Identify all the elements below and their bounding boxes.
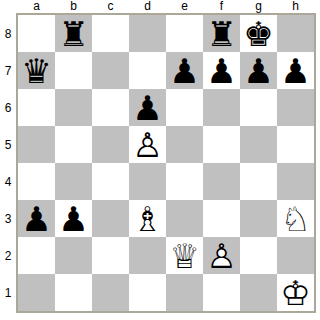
square-c5[interactable] [92, 126, 129, 163]
square-a6[interactable] [18, 89, 55, 126]
black-king-g8[interactable]: ♚ [240, 15, 277, 52]
file-label-d: d [129, 0, 166, 13]
square-e7[interactable]: ♟ [166, 52, 203, 89]
square-d6[interactable]: ♟ [129, 89, 166, 126]
black-pawn-a3[interactable]: ♟ [18, 200, 55, 237]
square-f8[interactable]: ♜ [203, 15, 240, 52]
black-pawn-icon: ♟ [166, 52, 203, 89]
square-b7[interactable] [55, 52, 92, 89]
black-pawn-h7[interactable]: ♟ [277, 52, 314, 89]
square-g3[interactable] [240, 200, 277, 237]
square-a8[interactable] [18, 15, 55, 52]
square-a3[interactable]: ♟ [18, 200, 55, 237]
white-queen-e2[interactable]: ♛♕ [166, 237, 203, 274]
square-b1[interactable] [55, 274, 92, 311]
black-pawn-icon: ♟ [277, 52, 314, 89]
square-f5[interactable] [203, 126, 240, 163]
white-pawn-f2[interactable]: ♟♙ [203, 237, 240, 274]
square-d2[interactable] [129, 237, 166, 274]
black-king-icon: ♚ [240, 15, 277, 52]
white-queen-icon: ♕ [166, 237, 203, 274]
white-knight-icon: ♘ [277, 200, 314, 237]
square-c4[interactable] [92, 163, 129, 200]
square-b8[interactable]: ♜ [55, 15, 92, 52]
board: ♜♜♚♛♟♟♟♟♟♟♙♟♟♝♗♞♘♛♕♟♙♚♔ [16, 13, 316, 313]
square-e3[interactable] [166, 200, 203, 237]
square-h8[interactable] [277, 15, 314, 52]
square-g6[interactable] [240, 89, 277, 126]
square-h6[interactable] [277, 89, 314, 126]
file-label-c: c [92, 0, 129, 13]
file-label-a: a [18, 0, 55, 13]
square-g8[interactable]: ♚ [240, 15, 277, 52]
white-bishop-d3[interactable]: ♝♗ [129, 200, 166, 237]
black-pawn-icon: ♟ [240, 52, 277, 89]
file-label-b: b [55, 0, 92, 13]
square-g1[interactable] [240, 274, 277, 311]
square-d8[interactable] [129, 15, 166, 52]
white-pawn-icon: ♙ [129, 126, 166, 163]
square-d5[interactable]: ♟♙ [129, 126, 166, 163]
rank-label-3: 3 [0, 200, 16, 237]
square-h7[interactable]: ♟ [277, 52, 314, 89]
black-queen-icon: ♛ [18, 52, 55, 89]
square-f4[interactable] [203, 163, 240, 200]
square-b6[interactable] [55, 89, 92, 126]
black-rook-icon: ♜ [203, 15, 240, 52]
file-label-f: f [203, 0, 240, 13]
black-rook-f8[interactable]: ♜ [203, 15, 240, 52]
black-pawn-icon: ♟ [129, 89, 166, 126]
square-e5[interactable] [166, 126, 203, 163]
square-e1[interactable] [166, 274, 203, 311]
square-b2[interactable] [55, 237, 92, 274]
rank-labels: 87654321 [0, 15, 16, 311]
file-label-h: h [277, 0, 314, 13]
square-a2[interactable] [18, 237, 55, 274]
square-a4[interactable] [18, 163, 55, 200]
white-king-icon: ♔ [277, 274, 314, 311]
square-c1[interactable] [92, 274, 129, 311]
rank-label-6: 6 [0, 89, 16, 126]
square-e6[interactable] [166, 89, 203, 126]
square-c8[interactable] [92, 15, 129, 52]
rank-label-2: 2 [0, 237, 16, 274]
square-c2[interactable] [92, 237, 129, 274]
black-pawn-g7[interactable]: ♟ [240, 52, 277, 89]
white-bishop-icon: ♗ [129, 200, 166, 237]
rank-label-5: 5 [0, 126, 16, 163]
square-f2[interactable]: ♟♙ [203, 237, 240, 274]
square-h3[interactable]: ♞♘ [277, 200, 314, 237]
square-f7[interactable]: ♟ [203, 52, 240, 89]
square-f6[interactable] [203, 89, 240, 126]
black-pawn-e7[interactable]: ♟ [166, 52, 203, 89]
square-e8[interactable] [166, 15, 203, 52]
black-rook-b8[interactable]: ♜ [55, 15, 92, 52]
black-pawn-f7[interactable]: ♟ [203, 52, 240, 89]
rank-label-7: 7 [0, 52, 16, 89]
chess-diagram: abcdefgh 87654321 ♜♜♚♛♟♟♟♟♟♟♙♟♟♝♗♞♘♛♕♟♙♚… [0, 0, 320, 320]
file-labels: abcdefgh [18, 0, 314, 13]
white-pawn-icon: ♙ [203, 237, 240, 274]
square-f1[interactable] [203, 274, 240, 311]
square-a5[interactable] [18, 126, 55, 163]
white-king-h1[interactable]: ♚♔ [277, 274, 314, 311]
square-b5[interactable] [55, 126, 92, 163]
black-rook-icon: ♜ [55, 15, 92, 52]
square-d1[interactable] [129, 274, 166, 311]
square-g5[interactable] [240, 126, 277, 163]
black-pawn-icon: ♟ [203, 52, 240, 89]
black-queen-a7[interactable]: ♛ [18, 52, 55, 89]
file-label-e: e [166, 0, 203, 13]
square-d3[interactable]: ♝♗ [129, 200, 166, 237]
square-d7[interactable] [129, 52, 166, 89]
black-pawn-d6[interactable]: ♟ [129, 89, 166, 126]
white-pawn-d5[interactable]: ♟♙ [129, 126, 166, 163]
black-pawn-icon: ♟ [18, 200, 55, 237]
square-b3[interactable]: ♟ [55, 200, 92, 237]
square-g2[interactable] [240, 237, 277, 274]
white-knight-h3[interactable]: ♞♘ [277, 200, 314, 237]
square-a1[interactable] [18, 274, 55, 311]
rank-label-8: 8 [0, 15, 16, 52]
square-h4[interactable] [277, 163, 314, 200]
square-a7[interactable]: ♛ [18, 52, 55, 89]
square-c7[interactable] [92, 52, 129, 89]
square-c6[interactable] [92, 89, 129, 126]
rank-label-4: 4 [0, 163, 16, 200]
square-f3[interactable] [203, 200, 240, 237]
black-pawn-b3[interactable]: ♟ [55, 200, 92, 237]
square-b4[interactable] [55, 163, 92, 200]
square-h2[interactable] [277, 237, 314, 274]
square-g7[interactable]: ♟ [240, 52, 277, 89]
square-d4[interactable] [129, 163, 166, 200]
square-h5[interactable] [277, 126, 314, 163]
rank-label-1: 1 [0, 274, 16, 311]
square-c3[interactable] [92, 200, 129, 237]
square-h1[interactable]: ♚♔ [277, 274, 314, 311]
square-e4[interactable] [166, 163, 203, 200]
black-pawn-icon: ♟ [55, 200, 92, 237]
file-label-g: g [240, 0, 277, 13]
square-e2[interactable]: ♛♕ [166, 237, 203, 274]
square-g4[interactable] [240, 163, 277, 200]
